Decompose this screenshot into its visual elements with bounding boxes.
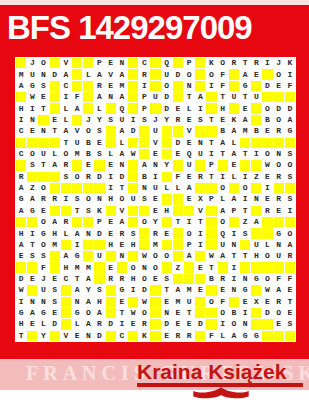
grid-cell: U [150,92,160,102]
watermark-text: Kraina Książek [137,361,305,383]
grid-cell: A [240,115,250,125]
grid-cell: L [72,319,82,329]
grid-cell: U [162,69,172,79]
grid-cell: E [285,308,295,318]
grid-cell: A [61,251,71,261]
grid-cell [262,228,272,238]
grid-cell: S [83,206,93,216]
grid-cell: D [262,308,272,318]
grid-cell: A [72,285,82,295]
grid-cell: M [16,69,26,79]
grid-cell: K [94,206,104,216]
grid-cell [128,92,138,102]
grid-cell: Y [162,115,172,125]
grid-cell [16,92,26,102]
grid-cell: E [83,160,93,170]
grid-cell [139,149,149,159]
grid-cell [195,183,205,193]
grid-cell: G [117,285,127,295]
grid-cell: E [94,138,104,148]
grid-cell [128,69,138,79]
grid-cell: N [274,240,284,250]
grid-cell: S [27,251,37,261]
grid-cell: I [16,297,26,307]
grid-cell [150,331,160,341]
grid-cell: K [229,115,239,125]
grid-cell [50,262,60,272]
grid-cell: O [229,319,239,329]
grid-cell [162,172,172,182]
grid-cell: O [162,81,172,91]
grid-cell [195,160,205,170]
grid-cell: G [240,331,250,341]
grid-cell: M [72,262,82,272]
grid-cell: E [38,92,48,102]
grid-cell: I [218,319,228,329]
grid-cell: X [251,297,261,307]
grid-cell: I [251,149,261,159]
grid-cell [128,183,138,193]
grid-cell [285,331,295,341]
grid-cell: E [262,194,272,204]
grid-cell: A [50,160,60,170]
grid-cell: O [139,308,149,318]
grid-cell: O [274,115,284,125]
grid-cell: G [38,228,48,238]
grid-cell: S [61,172,71,182]
grid-cell: F [218,297,228,307]
grid-cell: T [206,138,216,148]
grid-cell: B [139,172,149,182]
grid-cell [139,228,149,238]
grid-cell: N [184,81,194,91]
grid-cell: M [117,81,127,91]
grid-cell [150,69,160,79]
grid-cell [128,297,138,307]
grid-cell [195,308,205,318]
grid-cell: I [61,194,71,204]
grid-cell: I [72,240,82,250]
grid-cell: E [285,285,295,295]
grid-cell: E [150,206,160,216]
grid-cell: A [229,126,239,136]
grid-cell: D [128,126,138,136]
grid-cell: R [117,274,127,284]
grid-cell [206,240,216,250]
grid-cell: S [139,115,149,125]
grid-cell [61,206,71,216]
grid-cell: P [139,103,149,113]
grid-cell [27,285,37,295]
grid-cell: L [218,194,228,204]
grid-cell: B [262,115,272,125]
grid-cell: E [50,308,60,318]
grid-cell [251,262,261,272]
grid-cell [72,115,82,125]
grid-cell: E [162,331,172,341]
grid-cell [61,285,71,295]
grid-cell: G [251,274,261,284]
grid-cell: V [150,138,160,148]
grid-cell [150,285,160,295]
grid-cell: B [206,274,216,284]
grid-cell [27,172,37,182]
grid-cell: G [27,81,37,91]
grid-cell: R [274,172,284,182]
grid-cell: W [139,251,149,261]
grid-cell: A [83,297,93,307]
grid-cell [206,228,216,238]
grid-cell: N [72,297,82,307]
grid-cell: K [285,58,295,68]
grid-cell: E [240,297,250,307]
grid-cell: Q [117,103,127,113]
grid-cell: R [83,172,93,182]
grid-cell: I [128,115,138,125]
grid-cell [262,217,272,227]
grid-cell: W [262,160,272,170]
grid-cell: I [240,172,250,182]
grid-cell: O [206,297,216,307]
grid-cell [83,58,93,68]
grid-cell: L [162,183,172,193]
grid-cell [50,138,60,148]
grid-cell: I [27,228,37,238]
grid-cell: O [83,308,93,318]
book-cover: BFS 1429297009 JOVPENCQPKORTRIJKMUNDALAV… [0,0,309,400]
grid-cell: F [173,172,183,182]
grid-cell: D [117,172,127,182]
grid-cell [251,319,261,329]
grid-cell: S [285,319,295,329]
grid-cell [106,285,116,295]
grid-cell: T [61,138,71,148]
grid-cell: T [27,240,37,250]
grid-cell [139,206,149,216]
grid-cell: O [83,126,93,136]
grid-cell: N [83,331,93,341]
grid-cell: S [195,115,205,125]
grid-cell: I [285,206,295,216]
grid-cell: M [173,297,183,307]
grid-cell [16,262,26,272]
grid-cell [229,81,239,91]
grid-cell [173,81,183,91]
grid-cell [117,262,127,272]
grid-cell: E [150,149,160,159]
grid-cell: U [128,194,138,204]
grid-cell: P [94,217,104,227]
grid-cell [50,331,60,341]
grid-cell: A [16,240,26,250]
grid-cell: O [218,58,228,68]
grid-cell: T [16,331,26,341]
grid-cell: O [150,251,160,261]
grid-cell: L [50,149,60,159]
grid-cell: P [184,240,194,250]
grid-cell: Z [173,262,183,272]
grid-cell: M [184,285,194,295]
grid-cell: U [150,183,160,193]
grid-cell: I [150,172,160,182]
grid-cell [162,194,172,204]
grid-cell: L [94,103,104,113]
grid-cell: J [274,58,284,68]
grid-cell [262,262,272,272]
grid-cell: A [117,92,127,102]
grid-cell [139,126,149,136]
grid-cell [72,81,82,91]
grid-cell: T [173,217,183,227]
grid-cell: Q [218,228,228,238]
grid-cell [128,160,138,170]
grid-cell: E [128,319,138,329]
grid-cell [106,297,116,307]
grid-cell: C [16,126,26,136]
grid-cell: I [206,81,216,91]
grid-cell: E [117,240,127,250]
grid-cell: E [218,285,228,295]
grid-cell: O [262,251,272,261]
grid-cell: O [128,262,138,272]
grid-cell [285,138,295,148]
grid-cell [139,240,149,250]
grid-cell [206,319,216,329]
grid-cell: I [218,172,228,182]
grid-cell: O [38,217,48,227]
grid-cell [162,240,172,250]
grid-cell: A [139,160,149,170]
grid-cell: Z [27,183,37,193]
grid-cell [251,206,261,216]
grid-cell: I [117,319,127,329]
puzzle-grid: JOVPENCQPKORTRIJKMUNDALAVARUDOOFAEOIAGSC… [15,57,296,342]
grid-cell: R [50,194,60,204]
grid-cell [206,206,216,216]
grid-cell: U [27,69,37,79]
grid-cell [106,138,116,148]
open-book-icon [192,387,250,400]
grid-cell: R [274,297,284,307]
grid-cell: N [83,228,93,238]
grid-cell: R [106,274,116,284]
grid-cell: E [50,274,60,284]
grid-cell: B [218,126,228,136]
grid-cell [83,217,93,227]
grid-cell [27,217,37,227]
grid-cell [94,183,104,193]
grid-cell: E [274,81,284,91]
grid-cell [50,206,60,216]
grid-cell: H [61,262,71,272]
grid-cell [83,240,93,250]
grid-cell [206,217,216,227]
grid-cell [173,274,183,284]
grid-cell [162,149,172,159]
grid-cell: A [117,126,127,136]
grid-cell: O [262,274,272,284]
grid-cell: M [240,126,250,136]
grid-cell: U [218,240,228,250]
grid-cell: L [38,319,48,329]
grid-cell [128,138,138,148]
grid-cell: N [139,262,149,272]
grid-cell [251,115,261,125]
grid-cell: V [117,206,127,216]
grid-cell: A [184,183,194,193]
grid-cell: U [117,115,127,125]
grid-cell: E [173,149,183,159]
grid-cell [262,319,272,329]
grid-cell: O [285,228,295,238]
grid-cell [50,172,60,182]
grid-cell: I [229,262,239,272]
grid-cell: A [94,308,104,318]
grid-cell: R [61,160,71,170]
grid-cell: S [285,172,295,182]
grid-cell: A [240,69,250,79]
grid-cell: F [206,331,216,341]
grid-cell: A [16,206,26,216]
grid-cell: O [218,217,228,227]
grid-cell: O [139,274,149,284]
grid-cell: O [218,308,228,318]
grid-cell: G [38,308,48,318]
grid-cell: A [285,115,295,125]
grid-cell: L [61,103,71,113]
grid-cell [240,262,250,272]
grid-cell [128,206,138,216]
grid-cell: O [117,194,127,204]
grid-cell: G [72,308,82,318]
grid-cell: H [106,240,116,250]
grid-cell: O [274,69,284,79]
grid-cell: U [94,251,104,261]
grid-cell: J [38,274,48,284]
grid-cell: F [218,81,228,91]
grid-cell [38,115,48,125]
grid-cell [162,217,172,227]
grid-cell: D [50,319,60,329]
grid-cell: T [195,217,205,227]
grid-cell [27,138,37,148]
grid-cell [27,331,37,341]
grid-cell: Y [83,285,93,295]
grid-cell: R [173,331,183,341]
grid-cell: A [72,228,82,238]
grid-cell: A [117,69,127,79]
grid-cell [173,240,183,250]
grid-cell: O [240,183,250,193]
grid-cell [229,297,239,307]
grid-cell: S [38,251,48,261]
grid-cell: O [61,149,71,159]
grid-cell: U [72,138,82,148]
grid-cell: E [106,81,116,91]
grid-cell [150,308,160,318]
grid-cell [94,240,104,250]
grid-cell [94,274,104,284]
grid-cell: T [38,103,48,113]
grid-cell [16,58,26,68]
grid-cell: O [72,172,82,182]
grid-cell: T [240,92,250,102]
grid-cell: F [274,274,284,284]
grid-cell: N [240,274,250,284]
grid-cell [61,183,71,193]
grid-cell [195,126,205,136]
grid-cell: D [94,228,104,238]
grid-cell: D [162,319,172,329]
grid-cell [61,240,71,250]
grid-cell [251,160,261,170]
grid-cell [61,297,71,307]
grid-cell: E [173,308,183,318]
grid-cell [27,262,37,272]
grid-cell: K [139,331,149,341]
grid-cell: E [274,319,284,329]
grid-cell: O [262,103,272,113]
grid-cell: W [16,285,26,295]
grid-cell [218,160,228,170]
grid-cell: U [184,160,194,170]
grid-cell: S [128,228,138,238]
grid-cell: T [285,297,295,307]
grid-cell: I [61,92,71,102]
grid-cell: S [94,126,104,136]
grid-cell: O [27,149,37,159]
grid-cell: O [274,308,284,318]
grid-cell: T [218,92,228,102]
grid-cell: A [274,285,284,295]
grid-cell: E [184,319,194,329]
grid-cell [173,58,183,68]
grid-cell: E [262,172,272,182]
grid-cell: U [251,240,261,250]
grid-cell [229,103,239,113]
grid-cell: E [38,206,48,216]
grid-cell: O [184,228,194,238]
grid-cell [285,262,295,272]
grid-cell: A [83,274,93,284]
grid-cell [72,69,82,79]
grid-cell: N [38,126,48,136]
grid-cell: W [262,285,272,295]
grid-cell: A [218,206,228,216]
grid-cell: A [27,194,37,204]
grid-cell: S [38,81,48,91]
grid-cell: H [94,297,104,307]
grid-cell: N [251,194,261,204]
grid-cell: R [229,58,239,68]
grid-cell: Y [94,115,104,125]
grid-cell: H [16,319,26,329]
grid-cell: I [195,240,205,250]
grid-cell: R [61,217,71,227]
book-title: BFS 1429297009 [7,9,307,47]
grid-cell: B [251,126,261,136]
grid-cell [274,183,284,193]
grid-cell: N [27,297,37,307]
grid-cell [229,69,239,79]
grid-cell: I [106,172,116,182]
grid-cell: A [285,240,295,250]
grid-cell: D [94,331,104,341]
grid-cell: A [16,183,26,193]
grid-cell: O [38,240,48,250]
grid-cell: L [218,331,228,341]
grid-cell [173,160,183,170]
